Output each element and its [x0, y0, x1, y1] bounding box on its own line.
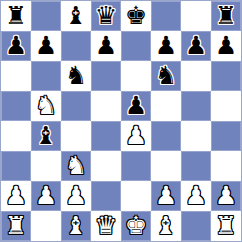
square-h6[interactable] — [211, 61, 241, 91]
square-f6[interactable]: ♞ — [151, 61, 181, 91]
square-g8[interactable] — [181, 1, 211, 31]
piece-black-pawn[interactable]: ♟ — [215, 31, 237, 61]
square-c3[interactable]: ♞ — [61, 151, 91, 181]
square-g1[interactable] — [181, 211, 211, 241]
piece-white-pawn[interactable]: ♟ — [35, 181, 57, 211]
square-c6[interactable]: ♞ — [61, 61, 91, 91]
square-b5[interactable]: ♞ — [31, 91, 61, 121]
piece-white-knight[interactable]: ♞ — [65, 151, 87, 181]
square-b8[interactable] — [31, 1, 61, 31]
square-e1[interactable]: ♚ — [121, 211, 151, 241]
square-c4[interactable] — [61, 121, 91, 151]
square-h2[interactable]: ♟ — [211, 181, 241, 211]
square-h7[interactable]: ♟ — [211, 31, 241, 61]
piece-black-pawn[interactable]: ♟ — [155, 31, 177, 61]
square-a5[interactable] — [1, 91, 31, 121]
square-d8[interactable]: ♛ — [91, 1, 121, 31]
square-b3[interactable] — [31, 151, 61, 181]
square-e8[interactable]: ♚ — [121, 1, 151, 31]
square-g4[interactable] — [181, 121, 211, 151]
square-f4[interactable] — [151, 121, 181, 151]
square-b2[interactable]: ♟ — [31, 181, 61, 211]
square-b4[interactable]: ♝ — [31, 121, 61, 151]
square-f5[interactable] — [151, 91, 181, 121]
square-a1[interactable]: ♜ — [1, 211, 31, 241]
piece-white-rook[interactable]: ♜ — [5, 211, 27, 241]
piece-black-knight[interactable]: ♞ — [65, 61, 87, 91]
piece-black-pawn[interactable]: ♟ — [35, 31, 57, 61]
square-g6[interactable] — [181, 61, 211, 91]
square-d1[interactable]: ♛ — [91, 211, 121, 241]
square-e2[interactable] — [121, 181, 151, 211]
square-c8[interactable]: ♝ — [61, 1, 91, 31]
piece-white-bishop[interactable]: ♝ — [155, 211, 177, 241]
square-e3[interactable] — [121, 151, 151, 181]
piece-white-pawn[interactable]: ♟ — [125, 121, 147, 151]
square-e5[interactable]: ♟ — [121, 91, 151, 121]
square-a6[interactable] — [1, 61, 31, 91]
square-c5[interactable] — [61, 91, 91, 121]
piece-black-rook[interactable]: ♜ — [5, 1, 27, 31]
chess-board: ♜♝♛♚♜♟♟♟♟♟♟♞♞♞♟♝♟♞♟♟♟♟♟♟♜♝♛♚♝♜ — [0, 0, 242, 242]
square-f7[interactable]: ♟ — [151, 31, 181, 61]
square-d7[interactable]: ♟ — [91, 31, 121, 61]
piece-white-knight[interactable]: ♞ — [35, 91, 57, 121]
square-h3[interactable] — [211, 151, 241, 181]
piece-white-king[interactable]: ♚ — [125, 211, 147, 241]
square-g5[interactable] — [181, 91, 211, 121]
piece-black-rook[interactable]: ♜ — [215, 1, 237, 31]
square-f3[interactable] — [151, 151, 181, 181]
piece-white-bishop[interactable]: ♝ — [65, 211, 87, 241]
square-d3[interactable] — [91, 151, 121, 181]
square-a3[interactable] — [1, 151, 31, 181]
square-a8[interactable]: ♜ — [1, 1, 31, 31]
square-h5[interactable] — [211, 91, 241, 121]
piece-white-pawn[interactable]: ♟ — [215, 181, 237, 211]
square-a7[interactable]: ♟ — [1, 31, 31, 61]
piece-black-pawn[interactable]: ♟ — [95, 31, 117, 61]
square-c7[interactable] — [61, 31, 91, 61]
square-g2[interactable]: ♟ — [181, 181, 211, 211]
square-e7[interactable] — [121, 31, 151, 61]
piece-black-pawn[interactable]: ♟ — [5, 31, 27, 61]
square-c2[interactable]: ♟ — [61, 181, 91, 211]
square-h1[interactable]: ♜ — [211, 211, 241, 241]
square-a4[interactable] — [1, 121, 31, 151]
square-d2[interactable] — [91, 181, 121, 211]
square-f8[interactable] — [151, 1, 181, 31]
square-b1[interactable] — [31, 211, 61, 241]
square-e4[interactable]: ♟ — [121, 121, 151, 151]
square-f2[interactable]: ♟ — [151, 181, 181, 211]
square-a2[interactable]: ♟ — [1, 181, 31, 211]
square-f1[interactable]: ♝ — [151, 211, 181, 241]
piece-white-pawn[interactable]: ♟ — [185, 181, 207, 211]
square-g3[interactable] — [181, 151, 211, 181]
piece-black-pawn[interactable]: ♟ — [185, 31, 207, 61]
piece-white-rook[interactable]: ♜ — [215, 211, 237, 241]
square-c1[interactable]: ♝ — [61, 211, 91, 241]
piece-black-king[interactable]: ♚ — [125, 1, 147, 31]
square-h8[interactable]: ♜ — [211, 1, 241, 31]
piece-black-bishop[interactable]: ♝ — [65, 1, 87, 31]
piece-white-queen[interactable]: ♛ — [95, 211, 117, 241]
piece-black-pawn[interactable]: ♟ — [125, 91, 147, 121]
square-b6[interactable] — [31, 61, 61, 91]
square-d5[interactable] — [91, 91, 121, 121]
piece-white-pawn[interactable]: ♟ — [5, 181, 27, 211]
square-e6[interactable] — [121, 61, 151, 91]
square-g7[interactable]: ♟ — [181, 31, 211, 61]
square-d6[interactable] — [91, 61, 121, 91]
piece-black-queen[interactable]: ♛ — [95, 1, 117, 31]
piece-black-bishop[interactable]: ♝ — [35, 121, 57, 151]
square-d4[interactable] — [91, 121, 121, 151]
square-h4[interactable] — [211, 121, 241, 151]
piece-white-pawn[interactable]: ♟ — [155, 181, 177, 211]
square-b7[interactable]: ♟ — [31, 31, 61, 61]
piece-white-pawn[interactable]: ♟ — [65, 181, 87, 211]
piece-black-knight[interactable]: ♞ — [155, 61, 177, 91]
